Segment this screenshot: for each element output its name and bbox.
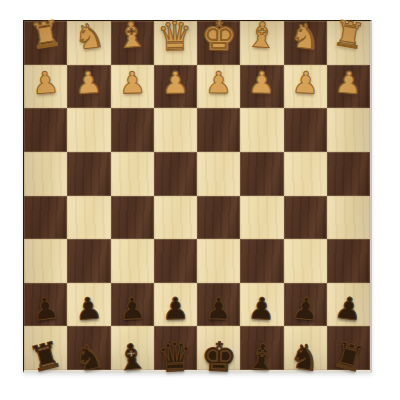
white-pawn: ♟ — [31, 67, 60, 99]
square-b4[interactable] — [67, 152, 110, 196]
square-d4[interactable] — [154, 152, 197, 196]
square-d1[interactable]: ♛ — [154, 21, 197, 65]
white-knight: ♞ — [72, 17, 106, 54]
square-d5[interactable] — [154, 196, 197, 240]
white-rook: ♜ — [27, 16, 64, 56]
square-d8[interactable]: ♛ — [154, 326, 197, 370]
black-pawn: ♟ — [248, 293, 277, 324]
white-pawn: ♟ — [75, 68, 103, 99]
square-b1[interactable]: ♞ — [67, 21, 110, 65]
white-queen: ♛ — [157, 15, 194, 56]
square-a7[interactable]: ♟ — [24, 283, 67, 327]
square-a2[interactable]: ♟ — [24, 65, 67, 109]
square-d7[interactable]: ♟ — [154, 283, 197, 327]
white-pawn: ♟ — [162, 68, 189, 98]
square-f8[interactable]: ♝ — [240, 326, 283, 370]
square-e2[interactable]: ♟ — [197, 65, 240, 109]
square-f4[interactable] — [240, 152, 283, 196]
square-e5[interactable] — [197, 196, 240, 240]
black-rook: ♜ — [26, 336, 65, 378]
square-d3[interactable] — [154, 108, 197, 152]
square-h7[interactable]: ♟ — [327, 283, 370, 327]
white-knight: ♞ — [288, 17, 322, 54]
square-d2[interactable]: ♟ — [154, 65, 197, 109]
black-bishop: ♝ — [244, 338, 279, 376]
square-a5[interactable] — [24, 196, 67, 240]
black-knight: ♞ — [287, 338, 323, 377]
square-a8[interactable]: ♜ — [24, 326, 67, 370]
square-f3[interactable] — [240, 108, 283, 152]
black-knight: ♞ — [71, 338, 107, 377]
square-a4[interactable] — [24, 152, 67, 196]
square-e4[interactable] — [197, 152, 240, 196]
square-c7[interactable]: ♟ — [111, 283, 154, 327]
square-a6[interactable] — [24, 239, 67, 283]
square-g1[interactable]: ♞ — [284, 21, 327, 65]
square-g5[interactable] — [284, 196, 327, 240]
square-h1[interactable]: ♜ — [327, 21, 370, 65]
square-c2[interactable]: ♟ — [111, 65, 154, 109]
black-rook: ♜ — [329, 336, 368, 378]
black-bishop: ♝ — [115, 338, 150, 376]
square-c4[interactable] — [111, 152, 154, 196]
black-pawn: ♟ — [74, 292, 104, 324]
square-c8[interactable]: ♝ — [111, 326, 154, 370]
chess-board: ♜♞♝♛♚♝♞♜♟♟♟♟♟♟♟♟♟♟♟♟♟♟♟♟♜♞♝♛♚♝♞♜ — [23, 20, 372, 373]
square-e8[interactable]: ♚ — [197, 326, 240, 370]
black-pawn: ♟ — [118, 293, 147, 324]
black-pawn: ♟ — [30, 292, 61, 325]
square-b8[interactable]: ♞ — [67, 326, 110, 370]
square-f5[interactable] — [240, 196, 283, 240]
square-g7[interactable]: ♟ — [284, 283, 327, 327]
square-c5[interactable] — [111, 196, 154, 240]
square-h5[interactable] — [327, 196, 370, 240]
black-pawn: ♟ — [205, 293, 232, 324]
square-a3[interactable] — [24, 108, 67, 152]
white-bishop: ♝ — [245, 17, 279, 54]
square-e3[interactable] — [197, 108, 240, 152]
square-b7[interactable]: ♟ — [67, 283, 110, 327]
black-queen: ♛ — [157, 337, 194, 378]
square-h3[interactable] — [327, 108, 370, 152]
product-photo-scene: ♜♞♝♛♚♝♞♜♟♟♟♟♟♟♟♟♟♟♟♟♟♟♟♟♜♞♝♛♚♝♞♜ — [0, 0, 400, 400]
square-h8[interactable]: ♜ — [327, 326, 370, 370]
white-bishop: ♝ — [115, 17, 149, 54]
white-pawn: ♟ — [291, 68, 319, 99]
square-e6[interactable] — [197, 239, 240, 283]
square-h2[interactable]: ♟ — [327, 65, 370, 109]
white-pawn: ♟ — [248, 68, 276, 99]
square-a1[interactable]: ♜ — [24, 21, 67, 65]
white-rook: ♜ — [330, 16, 367, 56]
white-king: ♚ — [200, 15, 237, 56]
black-pawn: ♟ — [162, 293, 189, 324]
square-f1[interactable]: ♝ — [240, 21, 283, 65]
white-pawn: ♟ — [205, 68, 232, 98]
square-h4[interactable] — [327, 152, 370, 196]
black-king: ♚ — [200, 337, 237, 378]
square-e7[interactable]: ♟ — [197, 283, 240, 327]
square-c6[interactable] — [111, 239, 154, 283]
square-b3[interactable] — [67, 108, 110, 152]
square-h6[interactable] — [327, 239, 370, 283]
square-f6[interactable] — [240, 239, 283, 283]
square-b5[interactable] — [67, 196, 110, 240]
white-pawn: ♟ — [118, 68, 146, 99]
black-pawn: ♟ — [290, 292, 320, 324]
square-b2[interactable]: ♟ — [67, 65, 110, 109]
square-c1[interactable]: ♝ — [111, 21, 154, 65]
square-f7[interactable]: ♟ — [240, 283, 283, 327]
square-g3[interactable] — [284, 108, 327, 152]
square-b6[interactable] — [67, 239, 110, 283]
square-g6[interactable] — [284, 239, 327, 283]
square-g2[interactable]: ♟ — [284, 65, 327, 109]
square-g4[interactable] — [284, 152, 327, 196]
square-f2[interactable]: ♟ — [240, 65, 283, 109]
black-pawn: ♟ — [333, 292, 364, 325]
square-g8[interactable]: ♞ — [284, 326, 327, 370]
white-pawn: ♟ — [334, 67, 363, 99]
square-e1[interactable]: ♚ — [197, 21, 240, 65]
square-d6[interactable] — [154, 239, 197, 283]
square-c3[interactable] — [111, 108, 154, 152]
